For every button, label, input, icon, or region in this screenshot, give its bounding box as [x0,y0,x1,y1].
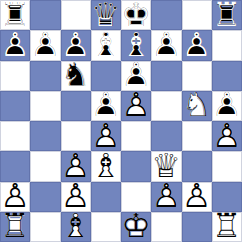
black-bishop-outline-glyph: ♗ [91,30,121,60]
white-rook-outline-glyph: ♖ [0,212,30,242]
square-e5[interactable]: ♟♙ [121,91,151,121]
square-e1[interactable]: ♚♔ [121,212,151,242]
white-rook[interactable]: ♜♖ [212,212,242,242]
square-a7[interactable]: ♟♙ [0,30,30,60]
square-b4[interactable] [30,121,60,151]
black-pawn-outline-glyph: ♙ [30,30,60,60]
white-bishop-outline-glyph: ♗ [61,212,91,242]
square-h8[interactable]: ♜♖ [212,0,242,30]
square-b2[interactable] [30,182,60,212]
black-knight-outline-glyph: ♘ [61,61,91,91]
white-king[interactable]: ♚♔ [121,212,151,242]
square-d1[interactable] [91,212,121,242]
square-b6[interactable] [30,61,60,91]
square-g5[interactable]: ♞♘ [182,91,212,121]
square-b3[interactable] [30,151,60,181]
black-pawn-outline-glyph: ♙ [182,30,212,60]
white-bishop-outline-glyph: ♗ [91,151,121,181]
white-bishop[interactable]: ♝♗ [91,151,121,181]
square-e3[interactable] [121,151,151,181]
white-knight-outline-glyph: ♘ [182,91,212,121]
white-pawn[interactable]: ♟♙ [182,182,212,212]
square-a1[interactable]: ♜♖ [0,212,30,242]
black-pawn-outline-glyph: ♙ [151,30,181,60]
black-pawn-outline-glyph: ♙ [0,30,30,60]
square-b1[interactable] [30,212,60,242]
white-bishop[interactable]: ♝♗ [61,212,91,242]
white-pawn-outline-glyph: ♙ [151,182,181,212]
white-rook[interactable]: ♜♖ [0,212,30,242]
black-pawn[interactable]: ♟♙ [151,30,181,60]
square-c5[interactable] [61,91,91,121]
black-pawn[interactable]: ♟♙ [182,30,212,60]
square-g2[interactable]: ♟♙ [182,182,212,212]
black-pawn[interactable]: ♟♙ [0,30,30,60]
square-h7[interactable] [212,30,242,60]
square-c6[interactable]: ♞♘ [61,61,91,91]
square-h1[interactable]: ♜♖ [212,212,242,242]
square-a6[interactable] [0,61,30,91]
black-knight[interactable]: ♞♘ [61,61,91,91]
black-bishop[interactable]: ♝♗ [91,30,121,60]
black-rook[interactable]: ♜♖ [212,0,242,30]
square-g1[interactable] [182,212,212,242]
square-g7[interactable]: ♟♙ [182,30,212,60]
square-c1[interactable]: ♝♗ [61,212,91,242]
black-pawn[interactable]: ♟♙ [30,30,60,60]
square-f7[interactable]: ♟♙ [151,30,181,60]
white-pawn-outline-glyph: ♙ [182,182,212,212]
square-g4[interactable] [182,121,212,151]
square-f6[interactable] [151,61,181,91]
white-pawn[interactable]: ♟♙ [121,91,151,121]
white-pawn[interactable]: ♟♙ [212,121,242,151]
white-king-outline-glyph: ♔ [121,212,151,242]
square-f1[interactable] [151,212,181,242]
white-pawn-outline-glyph: ♙ [121,91,151,121]
black-rook-outline-glyph: ♖ [212,0,242,30]
square-a5[interactable] [0,91,30,121]
white-pawn-outline-glyph: ♙ [212,121,242,151]
square-h4[interactable]: ♟♙ [212,121,242,151]
square-e4[interactable] [121,121,151,151]
square-d3[interactable]: ♝♗ [91,151,121,181]
square-f2[interactable]: ♟♙ [151,182,181,212]
chess-board: ♜♖♛♕♚♔♜♖♟♙♟♙♟♙♝♗♝♗♟♙♟♙♞♘♟♙♟♙♟♙♞♘♟♙♟♙♟♙♟♙… [0,0,242,242]
square-d2[interactable] [91,182,121,212]
square-b7[interactable]: ♟♙ [30,30,60,60]
square-b5[interactable] [30,91,60,121]
white-rook-outline-glyph: ♖ [212,212,242,242]
square-f5[interactable] [151,91,181,121]
white-pawn[interactable]: ♟♙ [151,182,181,212]
square-a4[interactable] [0,121,30,151]
square-d7[interactable]: ♝♗ [91,30,121,60]
square-h3[interactable] [212,151,242,181]
white-knight[interactable]: ♞♘ [182,91,212,121]
